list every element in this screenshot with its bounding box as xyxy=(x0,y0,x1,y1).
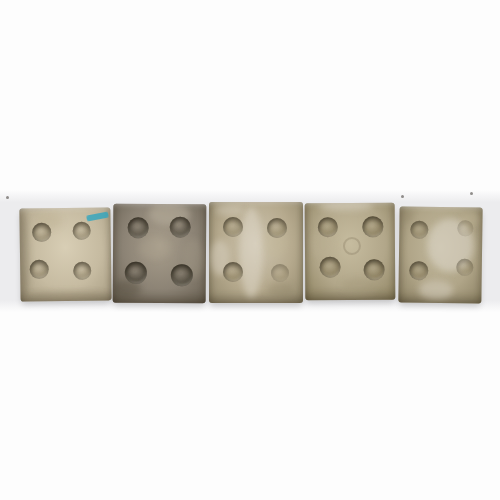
dust-speck xyxy=(401,195,404,198)
tile-3 xyxy=(209,202,303,303)
tile-5 xyxy=(398,206,482,303)
tile-1 xyxy=(19,207,111,301)
pip-hole xyxy=(30,260,49,279)
surface-patch xyxy=(266,282,292,298)
pip-hole xyxy=(128,217,149,238)
pip-hole xyxy=(125,262,147,284)
surface-patch xyxy=(216,204,244,216)
pip-hole xyxy=(72,222,90,240)
pip-hole xyxy=(271,264,289,282)
pip-hole xyxy=(362,217,383,238)
blue-paint-mark xyxy=(86,211,108,221)
worn-ring-mark xyxy=(343,237,361,255)
surface-patch xyxy=(419,280,452,300)
surface-patch xyxy=(341,278,377,294)
surface-patch xyxy=(240,207,263,298)
tile-2 xyxy=(113,204,207,304)
surface-patch xyxy=(23,291,110,302)
dust-speck xyxy=(6,196,9,199)
pip-hole xyxy=(457,259,474,276)
pip-hole xyxy=(318,217,338,237)
pip-hole xyxy=(171,264,193,286)
dust-speck xyxy=(470,192,473,195)
pip-hole xyxy=(409,261,428,280)
pip-hole xyxy=(410,221,428,239)
pip-hole xyxy=(320,257,341,278)
surface-patch xyxy=(399,209,412,223)
pip-hole xyxy=(73,262,91,280)
pip-hole xyxy=(223,217,243,237)
tile-4 xyxy=(305,203,396,301)
pip-hole xyxy=(32,223,51,242)
surface-patch xyxy=(139,238,172,260)
surface-patch xyxy=(19,211,29,299)
pip-hole xyxy=(267,218,287,238)
pip-hole xyxy=(223,262,243,282)
photo xyxy=(0,0,500,500)
surface-patch xyxy=(318,203,372,211)
pip-hole xyxy=(364,259,385,280)
pip-hole xyxy=(170,216,191,237)
